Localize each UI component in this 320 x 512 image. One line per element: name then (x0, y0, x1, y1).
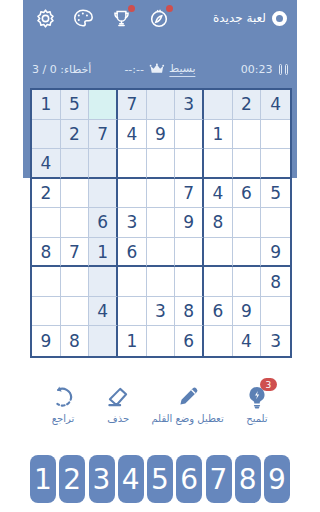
status-bar: أخطاء: 0 / 3 --:-- بسيط 00:23 (23, 58, 297, 80)
difficulty-group: --:-- بسيط (124, 62, 195, 77)
cell-r8c8[interactable]: 9 (233, 297, 262, 327)
cell-r7c6[interactable] (175, 267, 204, 297)
cell-r3c5[interactable] (147, 149, 176, 179)
numpad-key-6[interactable]: 6 (176, 455, 202, 503)
cell-r3c9[interactable] (261, 149, 290, 179)
cell-r2c4[interactable]: 4 (118, 120, 147, 150)
cell-r6c3[interactable]: 1 (89, 238, 118, 268)
cell-r5c5[interactable] (147, 208, 176, 238)
cell-r1c9[interactable]: 4 (261, 90, 290, 120)
cell-r7c9[interactable]: 8 (261, 267, 290, 297)
numpad-key-7[interactable]: 7 (206, 455, 232, 503)
cell-r9c9[interactable]: 3 (261, 326, 290, 356)
hint-button[interactable]: 3 تلميح (235, 384, 279, 424)
cell-r6c7[interactable] (204, 238, 233, 268)
cell-r9c5[interactable] (147, 326, 176, 356)
cell-r4c7[interactable]: 4 (204, 179, 233, 209)
cell-r8c7[interactable]: 6 (204, 297, 233, 327)
numpad-key-2[interactable]: 2 (59, 455, 85, 503)
cell-r7c8[interactable] (233, 267, 262, 297)
cell-r6c9[interactable]: 9 (261, 238, 290, 268)
cell-r8c4[interactable] (118, 297, 147, 327)
cell-r1c1[interactable]: 1 (32, 90, 61, 120)
cell-r3c6[interactable] (175, 149, 204, 179)
cell-r9c7[interactable] (204, 326, 233, 356)
cell-r3c8[interactable] (233, 149, 262, 179)
timer-group: 00:23 (241, 63, 288, 76)
cell-r5c8[interactable] (233, 208, 262, 238)
cell-r1c4[interactable]: 7 (118, 90, 147, 120)
cell-r7c2[interactable] (61, 267, 90, 297)
cell-r8c5[interactable]: 3 (147, 297, 176, 327)
hint-count-badge: 3 (260, 378, 277, 391)
trophy-icon[interactable] (109, 6, 133, 30)
cell-r5c6[interactable]: 9 (175, 208, 204, 238)
top-bar-icons (33, 6, 171, 30)
cell-r1c8[interactable]: 2 (233, 90, 262, 120)
cell-r2c9[interactable] (261, 120, 290, 150)
timer: 00:23 (241, 63, 273, 76)
numpad-key-5[interactable]: 5 (147, 455, 173, 503)
cell-r1c7[interactable] (204, 90, 233, 120)
cell-r8c1[interactable] (32, 297, 61, 327)
cell-r1c2[interactable]: 5 (61, 90, 90, 120)
erase-label: حذف (107, 413, 129, 424)
difficulty-selector[interactable]: بسيط (169, 62, 196, 77)
cell-r2c6[interactable] (175, 120, 204, 150)
new-game-button[interactable]: لعبة جديدة (213, 11, 287, 26)
cell-r3c7[interactable] (204, 149, 233, 179)
cell-r4c2[interactable] (61, 179, 90, 209)
mistakes-counter: أخطاء: 0 / 3 (32, 63, 91, 76)
settings-gear-icon[interactable] (33, 6, 57, 30)
cell-r3c3[interactable] (89, 149, 118, 179)
theme-palette-icon[interactable] (71, 6, 95, 30)
cell-r1c6[interactable]: 3 (175, 90, 204, 120)
number-pad: 123456789 (30, 455, 290, 503)
cell-r9c6[interactable]: 6 (175, 326, 204, 356)
cell-r2c5[interactable]: 9 (147, 120, 176, 150)
cell-r8c6[interactable]: 8 (175, 297, 204, 327)
cell-r4c5[interactable] (147, 179, 176, 209)
undo-button[interactable]: تراجع (41, 384, 85, 424)
cell-r8c2[interactable] (61, 297, 90, 327)
best-time: --:-- (124, 63, 144, 76)
cell-r5c2[interactable] (61, 208, 90, 238)
new-game-circle-icon (272, 11, 287, 26)
cell-r4c9[interactable]: 5 (261, 179, 290, 209)
pencil-icon (175, 384, 201, 410)
trophy-notification-dot (128, 5, 135, 12)
cell-r2c2[interactable]: 2 (61, 120, 90, 150)
cell-r7c1[interactable] (32, 267, 61, 297)
eraser-icon (105, 384, 131, 410)
cell-r3c4[interactable] (118, 149, 147, 179)
cell-r2c3[interactable]: 7 (89, 120, 118, 150)
numpad-key-8[interactable]: 8 (235, 455, 261, 503)
numpad-key-4[interactable]: 4 (118, 455, 144, 503)
cell-r3c1[interactable]: 4 (32, 149, 61, 179)
cell-r8c3[interactable]: 4 (89, 297, 118, 327)
cell-r6c4[interactable]: 6 (118, 238, 147, 268)
pencil-mode-label: تعطيل وضع القلم (151, 413, 223, 424)
hint-label: تلميح (246, 413, 267, 424)
cell-r6c2[interactable]: 7 (61, 238, 90, 268)
cell-r2c1[interactable] (32, 120, 61, 150)
erase-button[interactable]: حذف (96, 384, 140, 424)
daily-challenge-compass-icon[interactable] (147, 6, 171, 30)
cell-r2c8[interactable] (233, 120, 262, 150)
top-bar: لعبة جديدة (23, 0, 297, 36)
cell-r2c7[interactable]: 1 (204, 120, 233, 150)
cell-r4c1[interactable]: 2 (32, 179, 61, 209)
pause-button[interactable] (279, 64, 289, 75)
tools-bar: تراجع حذف تعطيل وضع القلم 3 تلميح (23, 384, 297, 424)
cell-r9c1[interactable]: 9 (32, 326, 61, 356)
cell-r7c7[interactable] (204, 267, 233, 297)
cell-r8c9[interactable] (261, 297, 290, 327)
numpad-key-3[interactable]: 3 (89, 455, 115, 503)
undo-label: تراجع (52, 413, 75, 424)
numpad-key-1[interactable]: 1 (30, 455, 56, 503)
cell-r1c3[interactable] (89, 90, 118, 120)
cell-r4c4[interactable] (118, 179, 147, 209)
undo-icon (50, 384, 76, 410)
cell-r1c5[interactable] (147, 90, 176, 120)
cell-r5c4[interactable]: 3 (118, 208, 147, 238)
cell-r6c6[interactable] (175, 238, 204, 268)
cell-r6c5[interactable] (147, 238, 176, 268)
cell-r9c2[interactable]: 8 (61, 326, 90, 356)
cell-r4c3[interactable] (89, 179, 118, 209)
cell-r5c9[interactable] (261, 208, 290, 238)
cell-r5c1[interactable] (32, 208, 61, 238)
cell-r7c3[interactable] (89, 267, 118, 297)
cell-r3c2[interactable] (61, 149, 90, 179)
cell-r6c8[interactable] (233, 238, 262, 268)
cell-r4c6[interactable]: 7 (175, 179, 204, 209)
cell-r7c4[interactable] (118, 267, 147, 297)
cell-r9c3[interactable] (89, 326, 118, 356)
cell-r5c3[interactable]: 6 (89, 208, 118, 238)
compass-notification-dot (166, 5, 173, 12)
numpad-key-9[interactable]: 9 (264, 455, 290, 503)
pencil-mode-button[interactable]: تعطيل وضع القلم (151, 384, 223, 424)
cell-r7c5[interactable] (147, 267, 176, 297)
cell-r4c8[interactable]: 6 (233, 179, 262, 209)
sudoku-board: 15732427491427465639887169843869981643 (30, 88, 292, 358)
cell-r9c4[interactable]: 1 (118, 326, 147, 356)
crown-icon (149, 63, 164, 75)
cell-r5c7[interactable]: 8 (204, 208, 233, 238)
new-game-label: لعبة جديدة (213, 11, 266, 25)
cell-r6c1[interactable]: 8 (32, 238, 61, 268)
sudoku-app: لعبة جديدة أخطاء: 0 / 3 --:-- بسيط 00:23… (23, 0, 297, 512)
cell-r9c8[interactable]: 4 (233, 326, 262, 356)
